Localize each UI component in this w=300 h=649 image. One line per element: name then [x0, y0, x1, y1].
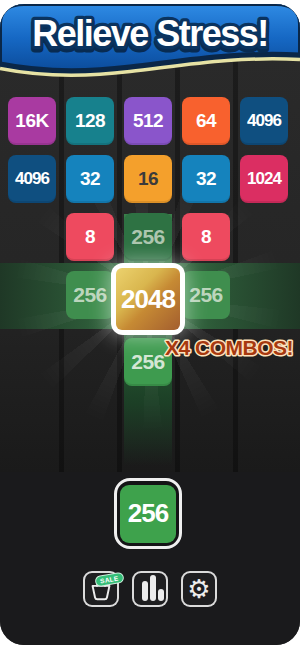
bottom-tray: 256 SALE ⚙: [0, 472, 300, 645]
tray-buttons: SALE ⚙: [0, 571, 300, 607]
settings-button[interactable]: ⚙: [181, 571, 217, 607]
phone-screen: Relieve Stress! Relieve Stress! 16K 128 …: [0, 4, 300, 645]
bar-chart-icon: [158, 589, 164, 601]
tile-1024: 1024: [240, 155, 288, 203]
tile-4096: 4096: [240, 97, 288, 145]
next-tile-256: 256: [120, 485, 176, 543]
tile-32: 32: [66, 155, 114, 203]
tile-16: 16: [124, 155, 172, 203]
tile-2048-highlight-frame: 2048: [111, 263, 185, 335]
tile-256-merging-top: 256: [124, 213, 172, 261]
stats-button[interactable]: [132, 571, 168, 607]
tile-128: 128: [66, 97, 114, 145]
promo-banner: Relieve Stress! Relieve Stress!: [0, 4, 300, 96]
combo-text: X4 COMBOS!: [165, 336, 293, 359]
shop-button[interactable]: SALE: [83, 571, 119, 607]
tile-4096: 4096: [8, 155, 56, 203]
bar-chart-icon: [150, 575, 156, 601]
tile-256-merging-right: 256: [182, 271, 230, 319]
tile-8: 8: [182, 213, 230, 261]
tile-2048: 2048: [116, 268, 180, 330]
tile-16k: 16K: [8, 97, 56, 145]
tile-256-merging-left: 256: [66, 271, 114, 319]
tile-32: 32: [182, 155, 230, 203]
gear-icon: ⚙: [187, 576, 210, 602]
tile-64: 64: [182, 97, 230, 145]
combo-callout: X4 COMBOS!: [158, 332, 300, 364]
tile-8: 8: [66, 213, 114, 261]
banner-title: Relieve Stress!: [32, 13, 268, 54]
next-tile-slot: 256: [114, 478, 182, 549]
tile-512: 512: [124, 97, 172, 145]
bar-chart-icon: [142, 581, 148, 601]
